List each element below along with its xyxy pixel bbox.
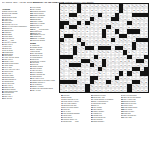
cell-letter: R [120,77,122,79]
cell-letter: N [116,51,118,53]
cell-letter: F [133,60,135,62]
cell-letter: G [82,14,84,16]
down-clues-part4: 94 Deli loaf with seeds96 What the Tin M… [121,95,149,118]
cell-letter: D [74,85,76,87]
cell-letter: R [124,60,126,62]
cell-letter: D [141,9,143,11]
cell-letter: B [120,85,122,87]
cell-letter: U [70,89,72,91]
cell-letter: I [112,56,114,58]
cell-letter: M [124,9,126,11]
cell-letter: F [91,35,93,37]
cell-letter: P [103,39,105,41]
cell-letter: W [99,85,101,87]
cell-letter: N [141,47,143,49]
cell-letter: M [133,72,135,74]
cell-letter: F [112,47,114,49]
down-clue: 64 Neither here ___ there [61,120,89,122]
cell-letter: G [116,72,118,74]
cell-letter: P [91,89,93,91]
cell-letter: E [124,43,126,45]
cell-letter: Y [65,68,67,70]
cell-letter: W [124,81,126,83]
cell-letter: N [112,68,114,70]
across-clue: 95 Dry as dust [2,98,29,100]
cell-letter: W [82,56,84,58]
cell-letter: B [124,68,126,70]
cell-letter: O [99,77,101,79]
cell-letter: H [145,5,147,7]
cell-letter: O [141,5,143,7]
down-clues-part1: 1 Animal park2 Pleasant aroma3 Econ. yar… [30,44,58,90]
cell-letter: P [145,64,147,66]
across-clues-part1: 1 Sharp turn in a road5 Plays a part ons… [2,10,29,99]
cell-letter: T [128,68,130,70]
cell-letter: I [70,30,72,32]
cell-letter: A [74,39,76,41]
cell-letter: I [124,5,126,7]
cell-letter: V [95,35,97,37]
cell-letter: B [78,60,80,62]
cell-letter: H [95,14,97,16]
cell-letter: A [82,5,84,7]
cell-letter: E [78,35,80,37]
cell-letter: W [103,68,105,70]
cell-letter: N [65,60,67,62]
cell-letter: T [137,35,139,37]
cell-letter: M [107,77,109,79]
cell-letter: K [99,60,101,62]
cell-letter: R [78,51,80,53]
cell-letter: E [107,14,109,16]
cell-letter: I [116,39,118,41]
cell-letter: S [86,5,88,7]
cell-letter: V [124,14,126,16]
cell-letter: F [82,68,84,70]
cell-letter: M [137,56,139,58]
cell-letter: C [145,35,147,37]
cell-letter: D [70,5,72,7]
cell-letter: R [112,14,114,16]
cell-letter: H [70,18,72,20]
cell-letter: X [133,64,135,66]
cell-letter: E [95,64,97,66]
cell-letter: S [91,85,93,87]
cell-letter: D [145,89,147,91]
cell-letter: E [133,9,135,11]
cell-letter: Y [74,35,76,37]
cell-letter: X [74,9,76,11]
cell-letter: B [116,5,118,7]
cell-letter: C [99,26,101,28]
cell-letter: G [133,5,135,7]
cell-letter: X [112,51,114,53]
cell-letter: S [145,60,147,62]
cell-letter: C [141,51,143,53]
cell-letter: S [141,77,143,79]
cell-letter: Y [137,72,139,74]
cell-letter: C [120,39,122,41]
cell-letter: Y [120,43,122,45]
cell-letter: C [65,64,67,66]
cell-letter: G [107,9,109,11]
clue-column-4: 66 Prospector's finds68 Naval rank: Abbr… [91,95,119,149]
cell-letter: B [137,18,139,20]
cell-letter: G [145,51,147,53]
cell-letter: B [86,26,88,28]
cell-letter: F [78,85,80,87]
cell-letter: S [82,22,84,24]
cell-letter: G [95,60,97,62]
cell-letter: X [128,81,130,83]
cell-letter: R [74,68,76,70]
cell-letter: N [91,56,93,58]
cell-letter: Y [116,60,118,62]
cell-letter: O [107,43,109,45]
cell-letter: S [70,72,72,74]
cell-letter: R [82,35,84,37]
cell-letter: P [82,26,84,28]
cell-letter: K [103,43,105,45]
cell-letter: C [107,89,109,91]
cell-letter: Y [141,56,143,58]
cell-letter: E [128,26,130,28]
cell-letter: V [141,43,143,45]
cell-letter: P [128,35,130,37]
cell-letter: O [112,26,114,28]
cell-letter: B [74,77,76,79]
cell-letter: P [99,56,101,58]
cell-letter: K [82,30,84,32]
cell-letter: Y [95,47,97,49]
cell-letter: P [141,81,143,83]
cell-letter: X [86,56,88,58]
cell-letter: G [141,68,143,70]
cell-letter: M [112,60,114,62]
cell-letter: N [145,30,147,32]
cell-letter: O [82,47,84,49]
cell-letter: N [124,18,126,20]
cell-letter: D [99,81,101,83]
cell-letter: M [86,64,88,66]
cell-letter: V [74,22,76,24]
cell-letter: Y [133,89,135,91]
cell-letter: F [95,18,97,20]
cell-letter: C [95,43,97,45]
cell-letter: Y [61,85,63,87]
cell-letter: G [78,30,80,32]
cell-letter: U [124,64,126,66]
crossword-grid: 1E2R3D4F5A6S7U8W9X10N11L12P13B14I15C16G1… [59,3,149,93]
cell-letter: W [74,89,76,91]
cell-letter: C [86,77,88,79]
cell-letter: V [133,77,135,79]
cell-letter: N [95,39,97,41]
cell-letter: C [78,14,80,16]
cell-letter: X [78,89,80,91]
cell-letter: L [91,72,93,74]
cell-letter: H [91,30,93,32]
cell-letter: U [145,77,147,79]
cell-letter: T [91,26,93,28]
cell-letter: V [91,51,93,53]
cell-letter: F [145,9,147,11]
cell-letter: W [107,51,109,53]
cell-letter: W [95,5,97,7]
cell-letter: I [99,9,101,11]
cell-letter: O [120,89,122,91]
cell-letter: P [116,85,118,87]
cell-letter: P [107,22,109,24]
cell-letter: A [145,43,147,45]
cell-letter: S [74,56,76,58]
cell-letter: G [120,56,122,58]
cell-letter: W [70,9,72,11]
cell-letter: P [86,9,88,11]
cell-letter: K [78,47,80,49]
cell-letter: H [107,60,109,62]
cell-letter: M [116,43,118,45]
cell-letter: A [124,30,126,32]
cell-letter: N [70,43,72,45]
cell-letter: I [107,72,109,74]
cell-letter: K [112,9,114,11]
cell-letter: O [133,39,135,41]
cell-letter: P [120,68,122,70]
cell-letter: K [137,5,139,7]
cell-letter: T [107,56,109,58]
cell-letter: T [141,18,143,20]
cell-letter: S [107,18,109,20]
cell-letter: I [65,47,67,49]
cell-letter: K [141,85,143,87]
down-clues-part3: 66 Prospector's finds68 Naval rank: Abbr… [91,95,119,122]
cell-letter: H [141,22,143,24]
cell-letter: A [116,64,118,66]
cell-letter: V [70,39,72,41]
cell-letter: U [95,85,97,87]
cell-letter: G [103,26,105,28]
cell-letter: X [137,47,139,49]
cell-letter: L [99,39,101,41]
clue-column-5: 94 Deli loaf with seeds96 What the Tin M… [121,95,149,149]
cell-letter: W [61,43,63,45]
cell-letter: I [82,77,84,79]
cell-letter: D [128,60,130,62]
across-clues-part2: 97 Lyric poems99 Tiny colonist101 Grande… [30,7,58,42]
header-date: NY Times, Sun, Aug 28, 2005 [2,1,33,4]
cell-letter: X [61,60,63,62]
cell-letter: L [116,68,118,70]
cell-letter: L [145,47,147,49]
cell-letter: P [78,43,80,45]
cell-letter: M [95,30,97,32]
cell-letter: P [70,77,72,79]
cell-letter: U [65,9,67,11]
cell-letter: F [103,81,105,83]
cell-letter: X [82,72,84,74]
cell-letter: M [145,22,147,24]
cell-letter: R [65,5,67,7]
cell-letter: K [61,18,63,20]
cell-letter: V [99,18,101,20]
cell-letter: O [145,85,147,87]
cell-letter: B [133,35,135,37]
cell-letter: T [103,72,105,74]
cell-letter: S [120,64,122,66]
cell-letter: H [116,26,118,28]
cell-letter: I [103,89,105,91]
cell-letter: T [61,47,63,49]
cell-letter: V [112,64,114,66]
cell-letter: X [65,43,67,45]
cell-letter: M [74,18,76,20]
cell-letter: C [70,47,72,49]
cell-letter: D [124,77,126,79]
cell-letter: R [86,18,88,20]
cell-letter: O [116,9,118,11]
cell-letter: U [103,51,105,53]
cell-letter: T [65,30,67,32]
cell-letter: X [120,18,122,20]
clue-column-1: ACROSS 1 Sharp turn in a road5 Plays a p… [2,7,29,149]
cell-letter: X [95,22,97,24]
cell-letter: A [91,68,93,70]
cell-letter: F [65,39,67,41]
cell-letter: O [137,22,139,24]
cell-letter: O [65,18,67,20]
cell-letter: T [78,77,80,79]
cell-letter: R [128,43,130,45]
cell-letter: A [128,14,130,16]
cell-letter: Y [112,77,114,79]
cell-letter: L [141,64,143,66]
cell-letter: S [116,81,118,83]
cell-letter: L [107,5,109,7]
cell-letter: X [107,68,109,70]
cell-letter: U [128,47,130,49]
cell-letter: F [74,5,76,7]
cell-letter: P [133,18,135,20]
cell-letter: V [86,68,88,70]
cell-letter: B [107,39,109,41]
cell-letter: K [128,39,130,41]
cell-letter: I [61,64,63,66]
cell-letter: Y [86,81,88,83]
cell-letter: I [120,22,122,24]
clue-column-2: 97 Lyric poems99 Tiny colonist101 Grande… [30,7,58,149]
cell-letter: B [103,56,105,58]
cell-letter: D [112,30,114,32]
down-clue: 36 Sgt., for one [30,89,58,91]
cell-letter: O [86,30,88,32]
cell-letter: B [128,51,130,53]
cell-letter: S [95,68,97,70]
cell-letter: H [124,89,126,91]
cell-letter: L [120,51,122,53]
cell-letter: X [116,35,118,37]
cell-letter: B [61,30,63,32]
cell-letter: A [95,51,97,53]
cell-letter: Y [70,51,72,53]
cell-letter: O [91,14,93,16]
cell-letter: P [61,14,63,16]
cell-letter: N [99,22,101,24]
cell-letter: K [116,89,118,91]
cell-letter: E [137,89,139,91]
cell-letter: D [82,51,84,53]
cell-letter: E [70,68,72,70]
cell-letter: W [86,39,88,41]
cell-letter: F [70,22,72,24]
cell-letter: C [133,85,135,87]
cell-letter: E [120,60,122,62]
cell-letter: U [120,81,122,83]
cell-letter: T [95,9,97,11]
cell-letter: L [103,22,105,24]
cell-letter: L [65,77,67,79]
cell-letter: G [112,89,114,91]
cell-letter: P [95,72,97,74]
cell-letter: C [124,22,126,24]
cell-letter: D [78,68,80,70]
cell-letter: N [103,5,105,7]
cell-letter: H [103,77,105,79]
cell-letter: G [99,43,101,45]
cell-letter: N [137,64,139,66]
cell-letter: U [107,35,109,37]
cell-letter: X [141,30,143,32]
cell-letter: G [137,85,139,87]
cell-letter: S [124,47,126,49]
cell-letter: R [137,9,139,11]
cell-letter: L [70,60,72,62]
cell-letter: U [74,72,76,74]
cell-letter: Y [99,30,101,32]
cell-letter: X [99,5,101,7]
cell-letter: R [141,89,143,91]
cell-letter: C [128,5,130,7]
cell-letter: W [91,22,93,24]
cell-letter: B [91,9,93,11]
cell-letter: U [82,39,84,41]
cell-letter: I [145,18,147,20]
cell-letter: H [82,64,84,66]
cell-letter: F [86,51,88,53]
cell-letter: A [112,81,114,83]
cell-letter: X [103,85,105,87]
cell-letter: O [124,72,126,74]
cell-letter: Y [78,18,80,20]
cell-letter: A [61,89,63,91]
cell-letter: K [86,14,88,16]
cell-letter: T [116,22,118,24]
cell-letter: C [116,56,118,58]
cell-letter: O [61,35,63,37]
down-clue: 116 Hosp. scan [121,116,149,118]
cell-letter: D [86,35,88,37]
cell-letter: T [124,85,126,87]
cell-letter: M [65,51,67,53]
grid-cell[interactable]: D [144,88,148,92]
cell-letter: C [112,72,114,74]
cell-letter: C [91,60,93,62]
cell-letter: P [74,60,76,62]
cell-letter: D [137,26,139,28]
cell-letter: H [78,81,80,83]
cell-letter: V [82,85,84,87]
cell-letter: G [124,39,126,41]
